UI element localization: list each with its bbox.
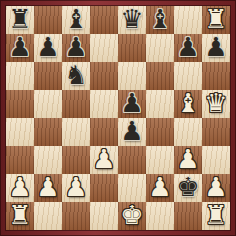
- square-b2[interactable]: ♟: [34, 174, 62, 202]
- piece-black-pawn[interactable]: ♟: [176, 34, 199, 60]
- square-g5[interactable]: ♝: [174, 90, 202, 118]
- square-d1[interactable]: [90, 202, 118, 230]
- square-e5[interactable]: ♟: [118, 90, 146, 118]
- piece-black-pawn[interactable]: ♟: [64, 34, 87, 60]
- square-f8[interactable]: ♝: [146, 6, 174, 34]
- square-f3[interactable]: [146, 146, 174, 174]
- square-b1[interactable]: [34, 202, 62, 230]
- piece-black-pawn[interactable]: ♟: [8, 34, 31, 60]
- square-c7[interactable]: ♟: [62, 34, 90, 62]
- chess-board-frame: ♜♝♛♝♜♟♟♟♟♟♞♟♝♛♟♟♟♟♟♟♟♚♟♜♚♜: [0, 0, 236, 236]
- piece-black-pawn[interactable]: ♟: [120, 118, 143, 144]
- square-f2[interactable]: ♟: [146, 174, 174, 202]
- square-h7[interactable]: ♟: [202, 34, 230, 62]
- square-f1[interactable]: [146, 202, 174, 230]
- square-a2[interactable]: ♟: [6, 174, 34, 202]
- piece-white-pawn[interactable]: ♟: [64, 174, 87, 200]
- piece-white-king[interactable]: ♚: [120, 202, 143, 228]
- piece-black-rook[interactable]: ♜: [8, 6, 31, 32]
- square-e1[interactable]: ♚: [118, 202, 146, 230]
- square-g4[interactable]: [174, 118, 202, 146]
- square-c3[interactable]: [62, 146, 90, 174]
- piece-black-pawn[interactable]: ♟: [36, 34, 59, 60]
- square-g3[interactable]: ♟: [174, 146, 202, 174]
- square-f5[interactable]: [146, 90, 174, 118]
- square-a7[interactable]: ♟: [6, 34, 34, 62]
- square-g1[interactable]: [174, 202, 202, 230]
- piece-white-bishop[interactable]: ♝: [176, 90, 199, 116]
- square-c4[interactable]: [62, 118, 90, 146]
- square-e8[interactable]: ♛: [118, 6, 146, 34]
- piece-black-bishop[interactable]: ♝: [64, 6, 87, 32]
- piece-black-queen[interactable]: ♛: [120, 6, 143, 32]
- square-d3[interactable]: ♟: [90, 146, 118, 174]
- square-a5[interactable]: [6, 90, 34, 118]
- square-f6[interactable]: [146, 62, 174, 90]
- piece-white-rook[interactable]: ♜: [8, 202, 31, 228]
- square-d8[interactable]: [90, 6, 118, 34]
- square-d4[interactable]: [90, 118, 118, 146]
- square-b4[interactable]: [34, 118, 62, 146]
- square-b8[interactable]: [34, 6, 62, 34]
- square-a1[interactable]: ♜: [6, 202, 34, 230]
- square-a4[interactable]: [6, 118, 34, 146]
- square-d5[interactable]: [90, 90, 118, 118]
- square-h6[interactable]: [202, 62, 230, 90]
- square-d7[interactable]: [90, 34, 118, 62]
- square-h4[interactable]: [202, 118, 230, 146]
- square-f4[interactable]: [146, 118, 174, 146]
- piece-black-bishop[interactable]: ♝: [148, 6, 171, 32]
- square-h3[interactable]: [202, 146, 230, 174]
- square-c6[interactable]: ♞: [62, 62, 90, 90]
- square-c2[interactable]: ♟: [62, 174, 90, 202]
- square-h1[interactable]: ♜: [202, 202, 230, 230]
- square-e3[interactable]: [118, 146, 146, 174]
- piece-white-rook[interactable]: ♜: [204, 6, 227, 32]
- piece-white-rook[interactable]: ♜: [204, 202, 227, 228]
- chess-board: ♜♝♛♝♜♟♟♟♟♟♞♟♝♛♟♟♟♟♟♟♟♚♟♜♚♜: [6, 6, 230, 230]
- piece-white-pawn[interactable]: ♟: [176, 146, 199, 172]
- square-h2[interactable]: ♟: [202, 174, 230, 202]
- square-b7[interactable]: ♟: [34, 34, 62, 62]
- square-b6[interactable]: [34, 62, 62, 90]
- square-d6[interactable]: [90, 62, 118, 90]
- piece-black-pawn[interactable]: ♟: [120, 90, 143, 116]
- square-b5[interactable]: [34, 90, 62, 118]
- square-g8[interactable]: [174, 6, 202, 34]
- piece-white-pawn[interactable]: ♟: [148, 174, 171, 200]
- square-c1[interactable]: [62, 202, 90, 230]
- piece-white-queen[interactable]: ♛: [204, 90, 227, 116]
- piece-white-pawn[interactable]: ♟: [8, 174, 31, 200]
- square-e7[interactable]: [118, 34, 146, 62]
- piece-white-pawn[interactable]: ♟: [204, 174, 227, 200]
- square-f7[interactable]: [146, 34, 174, 62]
- square-c8[interactable]: ♝: [62, 6, 90, 34]
- piece-black-knight[interactable]: ♞: [64, 62, 87, 88]
- piece-black-king[interactable]: ♚: [176, 174, 199, 200]
- square-h8[interactable]: ♜: [202, 6, 230, 34]
- square-e2[interactable]: [118, 174, 146, 202]
- square-e6[interactable]: [118, 62, 146, 90]
- square-a8[interactable]: ♜: [6, 6, 34, 34]
- square-g7[interactable]: ♟: [174, 34, 202, 62]
- square-g6[interactable]: [174, 62, 202, 90]
- square-c5[interactable]: [62, 90, 90, 118]
- square-d2[interactable]: [90, 174, 118, 202]
- piece-white-pawn[interactable]: ♟: [92, 146, 115, 172]
- square-e4[interactable]: ♟: [118, 118, 146, 146]
- piece-black-pawn[interactable]: ♟: [204, 34, 227, 60]
- square-g2[interactable]: ♚: [174, 174, 202, 202]
- square-a3[interactable]: [6, 146, 34, 174]
- piece-white-pawn[interactable]: ♟: [36, 174, 59, 200]
- square-b3[interactable]: [34, 146, 62, 174]
- square-h5[interactable]: ♛: [202, 90, 230, 118]
- square-a6[interactable]: [6, 62, 34, 90]
